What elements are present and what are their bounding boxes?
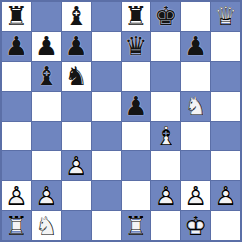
rook-outline-glyph: ♖	[2, 211, 31, 240]
square-d4[interactable]	[92, 122, 121, 151]
square-b8[interactable]	[32, 2, 61, 31]
square-a7[interactable]: ♟	[2, 32, 31, 61]
square-a3[interactable]	[2, 151, 31, 180]
square-g5[interactable]: ♞♘	[181, 92, 210, 121]
rook-outline-glyph: ♖	[122, 211, 151, 240]
square-c2[interactable]	[62, 181, 91, 210]
piece-white-knight[interactable]: ♞♘	[32, 211, 61, 240]
piece-black-bishop[interactable]: ♝	[32, 62, 61, 91]
square-d5[interactable]	[92, 92, 121, 121]
square-h5[interactable]	[211, 92, 240, 121]
square-g2[interactable]: ♟♙	[181, 181, 210, 210]
piece-white-king[interactable]: ♚♔	[181, 211, 210, 240]
piece-white-queen[interactable]: ♛♕	[211, 2, 240, 31]
rook-glyph: ♜	[122, 2, 151, 31]
queen-outline-glyph: ♕	[211, 2, 240, 31]
square-h8[interactable]: ♛♕	[211, 2, 240, 31]
piece-white-pawn[interactable]: ♟♙	[151, 181, 180, 210]
pawn-glyph: ♟	[32, 32, 61, 61]
pawn-outline-glyph: ♙	[151, 181, 180, 210]
square-c5[interactable]	[62, 92, 91, 121]
square-g3[interactable]	[181, 151, 210, 180]
piece-black-pawn[interactable]: ♟	[62, 32, 91, 61]
pawn-glyph: ♟	[62, 32, 91, 61]
square-d6[interactable]	[92, 62, 121, 91]
bishop-glyph: ♝	[62, 2, 91, 31]
king-glyph: ♚	[151, 2, 180, 31]
piece-white-knight[interactable]: ♞♘	[181, 92, 210, 121]
piece-white-pawn[interactable]: ♟♙	[211, 181, 240, 210]
square-a4[interactable]	[2, 122, 31, 151]
piece-white-pawn[interactable]: ♟♙	[62, 151, 91, 180]
square-f3[interactable]	[151, 151, 180, 180]
square-h2[interactable]: ♟♙	[211, 181, 240, 210]
square-e1[interactable]: ♜♖	[122, 211, 151, 240]
pawn-glyph: ♟	[122, 92, 151, 121]
piece-black-pawn[interactable]: ♟	[181, 32, 210, 61]
square-d1[interactable]	[92, 211, 121, 240]
square-a6[interactable]	[2, 62, 31, 91]
square-f6[interactable]	[151, 62, 180, 91]
rook-glyph: ♜	[2, 2, 31, 31]
square-c7[interactable]: ♟	[62, 32, 91, 61]
square-c4[interactable]	[62, 122, 91, 151]
piece-white-pawn[interactable]: ♟♙	[32, 181, 61, 210]
piece-white-pawn[interactable]: ♟♙	[181, 181, 210, 210]
pawn-glyph: ♟	[2, 32, 31, 61]
piece-black-knight[interactable]: ♞	[62, 62, 91, 91]
piece-black-queen[interactable]: ♛	[122, 32, 151, 61]
square-b6[interactable]: ♝	[32, 62, 61, 91]
square-d8[interactable]	[92, 2, 121, 31]
square-e8[interactable]: ♜	[122, 2, 151, 31]
piece-black-bishop[interactable]: ♝	[62, 2, 91, 31]
square-b5[interactable]	[32, 92, 61, 121]
square-h6[interactable]	[211, 62, 240, 91]
square-b4[interactable]	[32, 122, 61, 151]
square-b1[interactable]: ♞♘	[32, 211, 61, 240]
square-e2[interactable]	[122, 181, 151, 210]
piece-white-bishop[interactable]: ♝♗	[151, 122, 180, 151]
queen-glyph: ♛	[122, 32, 151, 61]
square-f4[interactable]: ♝♗	[151, 122, 180, 151]
square-e5[interactable]: ♟	[122, 92, 151, 121]
bishop-glyph: ♝	[32, 62, 61, 91]
square-a1[interactable]: ♜♖	[2, 211, 31, 240]
pawn-outline-glyph: ♙	[211, 181, 240, 210]
piece-white-pawn[interactable]: ♟♙	[2, 181, 31, 210]
square-b2[interactable]: ♟♙	[32, 181, 61, 210]
knight-glyph: ♞	[62, 62, 91, 91]
piece-black-rook[interactable]: ♜	[2, 2, 31, 31]
square-e3[interactable]	[122, 151, 151, 180]
square-g4[interactable]	[181, 122, 210, 151]
square-g1[interactable]: ♚♔	[181, 211, 210, 240]
piece-black-pawn[interactable]: ♟	[32, 32, 61, 61]
square-c1[interactable]	[62, 211, 91, 240]
pawn-glyph: ♟	[181, 32, 210, 61]
square-g6[interactable]	[181, 62, 210, 91]
pawn-outline-glyph: ♙	[32, 181, 61, 210]
square-f8[interactable]: ♚	[151, 2, 180, 31]
square-h7[interactable]	[211, 32, 240, 61]
knight-outline-glyph: ♘	[181, 92, 210, 121]
pawn-outline-glyph: ♙	[62, 151, 91, 180]
piece-black-pawn[interactable]: ♟	[2, 32, 31, 61]
square-c8[interactable]: ♝	[62, 2, 91, 31]
square-c3[interactable]: ♟♙	[62, 151, 91, 180]
square-g7[interactable]: ♟	[181, 32, 210, 61]
piece-black-rook[interactable]: ♜	[122, 2, 151, 31]
pawn-outline-glyph: ♙	[181, 181, 210, 210]
square-h1[interactable]	[211, 211, 240, 240]
square-f1[interactable]	[151, 211, 180, 240]
piece-black-pawn[interactable]: ♟	[122, 92, 151, 121]
chess-board: ♜♝♜♚♛♕♟♟♟♛♟♝♞♟♞♘♝♗♟♙♟♙♟♙♟♙♟♙♟♙♜♖♞♘♜♖♚♔	[0, 0, 242, 242]
square-f5[interactable]	[151, 92, 180, 121]
square-h3[interactable]	[211, 151, 240, 180]
pawn-outline-glyph: ♙	[2, 181, 31, 210]
piece-white-rook[interactable]: ♜♖	[122, 211, 151, 240]
square-g8[interactable]	[181, 2, 210, 31]
knight-outline-glyph: ♘	[32, 211, 61, 240]
square-b7[interactable]: ♟	[32, 32, 61, 61]
king-outline-glyph: ♔	[181, 211, 210, 240]
square-a5[interactable]	[2, 92, 31, 121]
square-d3[interactable]	[92, 151, 121, 180]
square-f2[interactable]: ♟♙	[151, 181, 180, 210]
square-f7[interactable]	[151, 32, 180, 61]
square-a8[interactable]: ♜	[2, 2, 31, 31]
bishop-outline-glyph: ♗	[151, 122, 180, 151]
square-h4[interactable]	[211, 122, 240, 151]
square-a2[interactable]: ♟♙	[2, 181, 31, 210]
square-e7[interactable]: ♛	[122, 32, 151, 61]
square-e6[interactable]	[122, 62, 151, 91]
square-b3[interactable]	[32, 151, 61, 180]
piece-white-rook[interactable]: ♜♖	[2, 211, 31, 240]
square-d2[interactable]	[92, 181, 121, 210]
piece-black-king[interactable]: ♚	[151, 2, 180, 31]
square-c6[interactable]: ♞	[62, 62, 91, 91]
square-e4[interactable]	[122, 122, 151, 151]
square-d7[interactable]	[92, 32, 121, 61]
